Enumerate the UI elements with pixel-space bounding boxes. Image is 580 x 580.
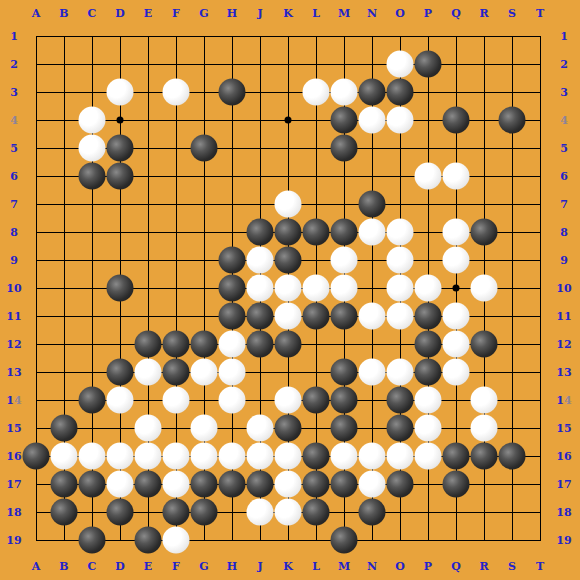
row-label-right: 11 [556,310,571,323]
white-stone[interactable]: ○ [359,303,386,330]
row-label-right: 3 [560,86,568,99]
white-stone[interactable]: ○ [443,331,470,358]
star-point [117,117,124,124]
black-stone[interactable]: ● [359,79,386,106]
col-label-bottom: N [367,560,377,573]
white-stone[interactable]: ○ [443,163,470,190]
col-label-top: F [172,7,180,20]
black-stone[interactable]: ● [275,219,302,246]
white-stone[interactable]: ○ [163,471,190,498]
white-stone[interactable]: ○ [79,135,106,162]
white-stone[interactable]: ○ [163,387,190,414]
row-label-left: 8 [10,226,18,239]
row-label-right: 10 [556,282,571,295]
row-label-left: 16 [6,450,21,463]
col-label-top: C [88,7,97,20]
col-label-top: P [424,7,432,20]
row-label-left: 5 [10,142,18,155]
black-stone[interactable]: ● [303,219,330,246]
white-stone[interactable]: ○ [443,303,470,330]
white-stone[interactable]: ○ [135,443,162,470]
row-label-right: 7 [560,198,568,211]
white-stone[interactable]: ○ [107,471,134,498]
col-label-bottom: G [199,560,208,573]
white-stone[interactable]: ○ [331,79,358,106]
col-label-bottom: R [479,560,488,573]
black-stone[interactable]: ● [275,331,302,358]
black-stone[interactable]: ● [247,331,274,358]
white-stone[interactable]: ○ [387,219,414,246]
col-label-bottom: C [88,560,97,573]
black-stone[interactable]: ● [443,443,470,470]
white-stone[interactable]: ○ [415,415,442,442]
white-stone[interactable]: ○ [247,415,274,442]
star-point [285,117,292,124]
black-stone[interactable]: ● [191,499,218,526]
black-stone[interactable]: ● [51,415,78,442]
black-stone[interactable]: ● [443,107,470,134]
black-stone[interactable]: ● [107,135,134,162]
col-label-top: A [32,7,41,20]
black-stone[interactable]: ● [387,387,414,414]
row-label-right: 19 [556,534,571,547]
white-stone[interactable]: ○ [247,443,274,470]
black-stone[interactable]: ● [191,135,218,162]
black-stone[interactable]: ● [303,303,330,330]
black-stone[interactable]: ● [499,107,526,134]
white-stone[interactable]: ○ [275,387,302,414]
white-stone[interactable]: ○ [163,443,190,470]
white-stone[interactable]: ○ [415,387,442,414]
row-label-left: 9 [10,254,18,267]
white-stone[interactable]: ○ [247,275,274,302]
col-label-top: Q [451,7,461,20]
black-stone[interactable]: ● [331,387,358,414]
white-stone[interactable]: ○ [331,275,358,302]
white-stone[interactable]: ○ [387,359,414,386]
white-stone[interactable]: ○ [387,247,414,274]
white-stone[interactable]: ○ [275,303,302,330]
white-stone[interactable]: ○ [359,359,386,386]
go-board[interactable]: AABBCCDDEEFFGGHHJJKKLLMMNNOOPPQQRRSSTT11… [0,0,580,580]
white-stone[interactable]: ○ [191,359,218,386]
black-stone[interactable]: ● [51,471,78,498]
col-label-bottom: J [257,560,262,573]
black-stone[interactable]: ● [163,331,190,358]
white-stone[interactable]: ○ [471,415,498,442]
black-stone[interactable]: ● [359,191,386,218]
col-label-top: L [312,7,320,20]
row-label-right: 16 [556,450,571,463]
black-stone[interactable]: ● [275,247,302,274]
col-label-bottom: T [536,560,544,573]
black-stone[interactable]: ● [247,219,274,246]
col-label-bottom: D [115,560,125,573]
white-stone[interactable]: ○ [107,79,134,106]
row-label-right: 12 [556,338,571,351]
row-label-right: 2 [560,58,568,71]
black-stone[interactable]: ● [471,443,498,470]
white-stone[interactable]: ○ [247,499,274,526]
col-label-top: H [227,7,237,20]
col-label-top: B [59,7,68,20]
col-label-bottom: B [59,560,68,573]
white-stone[interactable]: ○ [275,191,302,218]
black-stone[interactable]: ● [247,471,274,498]
black-stone[interactable]: ● [387,471,414,498]
white-stone[interactable]: ○ [415,163,442,190]
col-label-bottom: E [144,560,152,573]
row-label-right: 17 [556,478,571,491]
white-stone[interactable]: ○ [387,107,414,134]
white-stone[interactable]: ○ [443,219,470,246]
white-stone[interactable]: ○ [359,443,386,470]
black-stone[interactable]: ● [387,415,414,442]
row-label-left: 11 [6,310,21,323]
white-stone[interactable]: ○ [51,443,78,470]
row-label-right: 18 [556,506,571,519]
black-stone[interactable]: ● [191,471,218,498]
black-stone[interactable]: ● [331,107,358,134]
black-stone[interactable]: ● [79,163,106,190]
row-label-left: 13 [6,366,21,379]
black-stone[interactable]: ● [443,471,470,498]
row-label-left: 7 [10,198,18,211]
black-stone[interactable]: ● [387,79,414,106]
black-stone[interactable]: ● [415,331,442,358]
white-stone[interactable]: ○ [135,359,162,386]
black-stone[interactable]: ● [135,331,162,358]
black-stone[interactable]: ● [331,415,358,442]
black-stone[interactable]: ● [219,471,246,498]
black-stone[interactable]: ● [331,471,358,498]
white-stone[interactable]: ○ [163,79,190,106]
white-stone[interactable]: ○ [443,359,470,386]
black-stone[interactable]: ● [471,219,498,246]
col-label-top: K [283,7,293,20]
white-stone[interactable]: ○ [107,443,134,470]
col-label-bottom: K [283,560,293,573]
row-label-right: 6 [560,170,568,183]
row-label-right: 13 [556,366,571,379]
white-stone[interactable]: ○ [219,387,246,414]
col-label-bottom: F [172,560,180,573]
col-label-top: O [395,7,405,20]
black-stone[interactable]: ● [79,471,106,498]
black-stone[interactable]: ● [107,163,134,190]
white-stone[interactable]: ○ [359,471,386,498]
white-stone[interactable]: ○ [359,219,386,246]
row-label-left: 19 [6,534,21,547]
white-stone[interactable]: ○ [219,331,246,358]
white-stone[interactable]: ○ [247,247,274,274]
white-stone[interactable]: ○ [79,443,106,470]
black-stone[interactable]: ● [359,499,386,526]
black-stone[interactable]: ● [247,303,274,330]
white-stone[interactable]: ○ [387,443,414,470]
white-stone[interactable]: ○ [275,499,302,526]
white-stone[interactable]: ○ [331,247,358,274]
col-label-bottom: S [508,560,516,573]
white-stone[interactable]: ○ [331,443,358,470]
black-stone[interactable]: ● [331,527,358,554]
black-stone[interactable]: ● [499,443,526,470]
white-stone[interactable]: ○ [191,415,218,442]
white-stone[interactable]: ○ [219,359,246,386]
white-stone[interactable]: ○ [415,275,442,302]
row-label-right: 8 [560,226,568,239]
black-stone[interactable]: ● [471,331,498,358]
white-stone[interactable]: ○ [387,51,414,78]
black-stone[interactable]: ● [51,499,78,526]
white-stone[interactable]: ○ [107,387,134,414]
black-stone[interactable]: ● [275,415,302,442]
col-label-bottom: P [424,560,432,573]
black-stone[interactable]: ● [415,359,442,386]
black-stone[interactable]: ● [79,387,106,414]
black-stone[interactable]: ● [331,359,358,386]
black-stone[interactable]: ● [303,443,330,470]
white-stone[interactable]: ○ [219,443,246,470]
white-stone[interactable]: ○ [163,527,190,554]
black-stone[interactable]: ● [303,471,330,498]
black-stone[interactable]: ● [163,499,190,526]
white-stone[interactable]: ○ [443,247,470,274]
row-label-left: 15 [6,422,21,435]
row-label-left: 2 [10,58,18,71]
white-stone[interactable]: ○ [275,275,302,302]
row-label-left: 18 [6,506,21,519]
row-label-left: 12 [6,338,21,351]
black-stone[interactable]: ● [219,247,246,274]
white-stone[interactable]: ○ [275,471,302,498]
row-label-right: 15 [556,422,571,435]
star-point [453,285,460,292]
row-label-right: 4 [560,114,568,127]
white-stone[interactable]: ○ [275,443,302,470]
black-stone[interactable]: ● [23,443,50,470]
row-label-left: 17 [6,478,21,491]
col-label-bottom: Q [451,560,461,573]
col-label-bottom: O [395,560,405,573]
row-label-right: 1 [560,30,568,43]
white-stone[interactable]: ○ [387,303,414,330]
black-stone[interactable]: ● [107,359,134,386]
row-label-left: 1 [10,30,18,43]
col-label-top: R [479,7,488,20]
black-stone[interactable]: ● [415,303,442,330]
black-stone[interactable]: ● [135,471,162,498]
black-stone[interactable]: ● [219,79,246,106]
black-stone[interactable]: ● [303,387,330,414]
black-stone[interactable]: ● [219,303,246,330]
row-label-left: 10 [6,282,21,295]
black-stone[interactable]: ● [107,275,134,302]
row-label-left: 6 [10,170,18,183]
black-stone[interactable]: ● [415,51,442,78]
col-label-top: M [338,7,350,20]
row-label-left: 3 [10,86,18,99]
col-label-top: S [508,7,516,20]
white-stone[interactable]: ○ [191,443,218,470]
white-stone[interactable]: ○ [303,275,330,302]
row-label-right: 14 [556,394,571,407]
row-label-right: 5 [560,142,568,155]
col-label-top: E [144,7,152,20]
white-stone[interactable]: ○ [135,415,162,442]
col-label-bottom: L [312,560,320,573]
black-stone[interactable]: ● [219,275,246,302]
white-stone[interactable]: ○ [359,107,386,134]
black-stone[interactable]: ● [331,135,358,162]
white-stone[interactable]: ○ [415,443,442,470]
black-stone[interactable]: ● [163,359,190,386]
black-stone[interactable]: ● [135,527,162,554]
white-stone[interactable]: ○ [471,275,498,302]
row-label-right: 9 [560,254,568,267]
white-stone[interactable]: ○ [303,79,330,106]
row-label-left: 4 [10,114,18,127]
col-label-bottom: H [227,560,237,573]
col-label-bottom: A [32,560,41,573]
black-stone[interactable]: ● [331,219,358,246]
col-label-bottom: M [338,560,350,573]
black-stone[interactable]: ● [303,499,330,526]
col-label-top: N [367,7,377,20]
col-label-top: T [536,7,544,20]
white-stone[interactable]: ○ [471,387,498,414]
black-stone[interactable]: ● [107,499,134,526]
black-stone[interactable]: ● [191,331,218,358]
row-label-left: 14 [6,394,21,407]
col-label-top: J [257,7,262,20]
white-stone[interactable]: ○ [387,275,414,302]
white-stone[interactable]: ○ [79,107,106,134]
col-label-top: D [115,7,125,20]
black-stone[interactable]: ● [331,303,358,330]
black-stone[interactable]: ● [79,527,106,554]
col-label-top: G [199,7,208,20]
